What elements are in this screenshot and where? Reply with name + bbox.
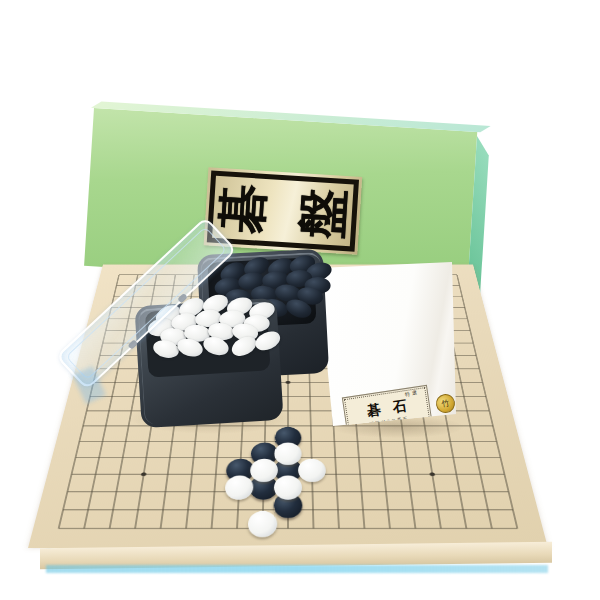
goban-label-char-1: 碁 [216, 182, 269, 235]
star-point [429, 472, 435, 476]
goban-label-face: 碁 盤 [207, 170, 359, 251]
goban-label-char-2: 盤 [296, 187, 349, 240]
grade-seal: 竹 [434, 392, 456, 414]
star-point [141, 472, 147, 476]
star-point [286, 381, 291, 384]
go-stone-white-L4 [298, 459, 326, 482]
grade-seal-text: 竹 [441, 397, 451, 409]
go-stone-white-K5 [274, 443, 301, 466]
stones-box: 特選 碁石 硬質ガラス碁石 竹 [314, 258, 460, 430]
go-stone-white-K3 [274, 476, 303, 500]
go-set-photo: 碁 盤 特選 碁石 硬質ガラス碁石 竹 [0, 0, 600, 600]
board-bottom-accent [46, 565, 548, 573]
